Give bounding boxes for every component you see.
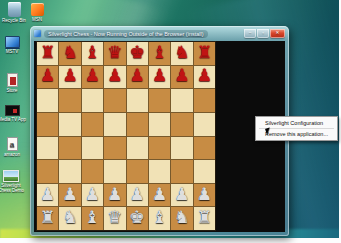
square-d7[interactable]: ♟: [104, 66, 125, 89]
square-g1[interactable]: ♞: [171, 207, 192, 230]
white-pawn-piece: ♟: [107, 186, 122, 203]
red-pawn-piece: ♟: [107, 67, 122, 84]
white-bishop-piece: ♝: [85, 209, 100, 226]
icon-label: MSN: [22, 17, 52, 22]
square-a3[interactable]: [37, 160, 58, 183]
screenshot-frame: [0, 238, 341, 243]
silverlight-chess-window: Silverlight Chess - Now Running Outside …: [30, 26, 289, 236]
close-button[interactable]: ✕: [270, 29, 285, 38]
a-document-icon: a: [7, 137, 18, 151]
square-c1[interactable]: ♝: [82, 207, 103, 230]
square-c3[interactable]: [82, 160, 103, 183]
red-rook-piece: ♜: [197, 44, 212, 61]
red-pawn-piece: ♟: [174, 67, 189, 84]
square-c5[interactable]: [82, 113, 103, 136]
red-knight-piece: ♞: [174, 44, 189, 61]
document-icon: [7, 73, 18, 87]
icon-label: Media TV App: [0, 117, 27, 122]
square-h6[interactable]: [194, 89, 215, 112]
square-e6[interactable]: [127, 89, 148, 112]
square-a8[interactable]: ♜: [37, 42, 58, 65]
square-f3[interactable]: [149, 160, 170, 183]
square-g7[interactable]: ♟: [171, 66, 192, 89]
square-h3[interactable]: [194, 160, 215, 183]
photo-shortcut-icon: [3, 170, 19, 182]
square-h2[interactable]: ♟: [194, 184, 215, 207]
red-king-piece: ♚: [130, 44, 145, 61]
square-a2[interactable]: ♟: [37, 184, 58, 207]
square-c7[interactable]: ♟: [82, 66, 103, 89]
square-b1[interactable]: ♞: [59, 207, 80, 230]
square-h4[interactable]: [194, 137, 215, 160]
white-bishop-piece: ♝: [152, 209, 167, 226]
white-knight-piece: ♞: [62, 209, 77, 226]
square-b5[interactable]: [59, 113, 80, 136]
square-e8[interactable]: ♚: [127, 42, 148, 65]
white-queen-piece: ♛: [107, 209, 122, 226]
square-d4[interactable]: [104, 137, 125, 160]
square-g6[interactable]: [171, 89, 192, 112]
square-e1[interactable]: ♚: [127, 207, 148, 230]
red-bishop-piece: ♝: [152, 44, 167, 61]
square-b8[interactable]: ♞: [59, 42, 80, 65]
square-b3[interactable]: [59, 160, 80, 183]
icon-label: Store: [0, 88, 27, 93]
square-b4[interactable]: [59, 137, 80, 160]
app-icon: [34, 30, 41, 37]
red-bishop-piece: ♝: [85, 44, 100, 61]
square-b2[interactable]: ♟: [59, 184, 80, 207]
chess-board: ♜♞♝♛♚♝♞♜♟♟♟♟♟♟♟♟♟♟♟♟♟♟♟♟♜♞♝♛♚♝♞♜: [36, 41, 216, 231]
square-d3[interactable]: [104, 160, 125, 183]
square-h8[interactable]: ♜: [194, 42, 215, 65]
white-pawn-piece: ♟: [85, 186, 100, 203]
icon-label: amazon: [0, 152, 27, 157]
square-a5[interactable]: [37, 113, 58, 136]
icon-label: MSTV: [0, 49, 27, 54]
square-f1[interactable]: ♝: [149, 207, 170, 230]
square-e3[interactable]: [127, 160, 148, 183]
square-h5[interactable]: [194, 113, 215, 136]
square-a4[interactable]: [37, 137, 58, 160]
square-f6[interactable]: [149, 89, 170, 112]
recycle-bin-icon: [8, 2, 21, 17]
square-e2[interactable]: ♟: [127, 184, 148, 207]
square-f8[interactable]: ♝: [149, 42, 170, 65]
icon-label: Silverlight Chess Demo: [0, 183, 26, 193]
white-rook-piece: ♜: [40, 209, 55, 226]
window-titlebar[interactable]: Silverlight Chess - Now Running Outside …: [30, 26, 289, 41]
square-d6[interactable]: [104, 89, 125, 112]
red-knight-piece: ♞: [62, 44, 77, 61]
computer-icon: [5, 36, 20, 48]
square-c4[interactable]: [82, 137, 103, 160]
square-f5[interactable]: [149, 113, 170, 136]
square-a7[interactable]: ♟: [37, 66, 58, 89]
maximize-button[interactable]: ▫: [257, 29, 269, 38]
red-pawn-piece: ♟: [62, 67, 77, 84]
square-d2[interactable]: ♟: [104, 184, 125, 207]
red-pawn-piece: ♟: [130, 67, 145, 84]
media-app-icon: [5, 105, 20, 116]
white-pawn-piece: ♟: [40, 186, 55, 203]
white-rook-piece: ♜: [197, 209, 212, 226]
desktop-icon-store[interactable]: Store: [0, 73, 27, 93]
red-pawn-piece: ♟: [152, 67, 167, 84]
square-f2[interactable]: ♟: [149, 184, 170, 207]
red-pawn-piece: ♟: [85, 67, 100, 84]
desktop-icon-silverlight-chess[interactable]: Silverlight Chess Demo: [0, 170, 26, 193]
square-d8[interactable]: ♛: [104, 42, 125, 65]
window-client-area: ♜♞♝♛♚♝♞♜♟♟♟♟♟♟♟♟♟♟♟♟♟♟♟♟♜♞♝♛♚♝♞♜: [34, 41, 285, 232]
window-title: Silverlight Chess - Now Running Outside …: [44, 30, 208, 38]
white-knight-piece: ♞: [174, 209, 189, 226]
square-e7[interactable]: ♟: [127, 66, 148, 89]
square-h7[interactable]: ♟: [194, 66, 215, 89]
square-g5[interactable]: [171, 113, 192, 136]
white-pawn-piece: ♟: [152, 186, 167, 203]
square-b6[interactable]: [59, 89, 80, 112]
square-h1[interactable]: ♜: [194, 207, 215, 230]
minimize-button[interactable]: –: [244, 29, 256, 38]
red-rook-piece: ♜: [40, 44, 55, 61]
desktop: Recycle Bin MSN MSTV Store Media TV App …: [0, 0, 341, 243]
desktop-icon-amazon[interactable]: a amazon: [0, 137, 27, 157]
square-d1[interactable]: ♛: [104, 207, 125, 230]
square-c8[interactable]: ♝: [82, 42, 103, 65]
red-queen-piece: ♛: [107, 44, 122, 61]
square-e4[interactable]: [127, 137, 148, 160]
square-e5[interactable]: [127, 113, 148, 136]
square-b7[interactable]: ♟: [59, 66, 80, 89]
white-king-piece: ♚: [130, 209, 145, 226]
square-a6[interactable]: [37, 89, 58, 112]
square-c6[interactable]: [82, 89, 103, 112]
white-pawn-piece: ♟: [130, 186, 145, 203]
square-g4[interactable]: [171, 137, 192, 160]
red-pawn-piece: ♟: [40, 67, 55, 84]
square-g3[interactable]: [171, 160, 192, 183]
square-f7[interactable]: ♟: [149, 66, 170, 89]
desktop-icon-mstv[interactable]: MSTV: [0, 36, 27, 54]
desktop-icon-media-tv[interactable]: Media TV App: [0, 105, 27, 122]
white-pawn-piece: ♟: [174, 186, 189, 203]
square-d5[interactable]: [104, 113, 125, 136]
msn-icon: [31, 3, 44, 16]
white-pawn-piece: ♟: [197, 186, 212, 203]
square-c2[interactable]: ♟: [82, 184, 103, 207]
square-a1[interactable]: ♜: [37, 207, 58, 230]
desktop-icon-msn[interactable]: MSN: [22, 3, 52, 22]
white-pawn-piece: ♟: [62, 186, 77, 203]
red-pawn-piece: ♟: [197, 67, 212, 84]
square-g8[interactable]: ♞: [171, 42, 192, 65]
square-g2[interactable]: ♟: [171, 184, 192, 207]
square-f4[interactable]: [149, 137, 170, 160]
